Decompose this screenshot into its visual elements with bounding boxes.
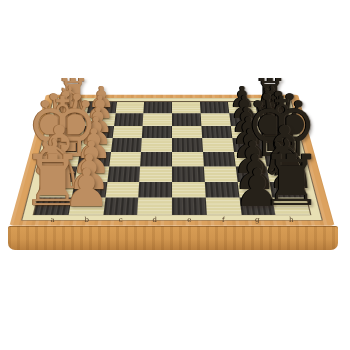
- square-f6[interactable]: [201, 126, 232, 139]
- square-e2[interactable]: [172, 182, 206, 198]
- square-c8[interactable]: [115, 102, 144, 114]
- square-e1[interactable]: [172, 198, 207, 215]
- square-c3[interactable]: [107, 166, 140, 181]
- square-f8[interactable]: [200, 102, 229, 114]
- square-d3[interactable]: [139, 166, 172, 181]
- square-d2[interactable]: [138, 182, 172, 198]
- square-e5[interactable]: [172, 138, 203, 152]
- square-c5[interactable]: [111, 138, 143, 152]
- square-e6[interactable]: [172, 126, 202, 139]
- square-d4[interactable]: [140, 152, 172, 166]
- square-d8[interactable]: [144, 102, 172, 114]
- square-f5[interactable]: [202, 138, 234, 152]
- square-c4[interactable]: [109, 152, 141, 166]
- square-f4[interactable]: [203, 152, 235, 166]
- square-c7[interactable]: [114, 113, 144, 125]
- chessboard-photo: abcdefgh ♜♟♟♜♞♟♟♞♝♟♟♝♛♟♟♛♚♟♟♚♝♟♟♝♞♟♟♞♜♟♟…: [0, 0, 350, 350]
- square-e8[interactable]: [172, 102, 200, 114]
- square-c6[interactable]: [112, 126, 143, 139]
- square-e3[interactable]: [172, 166, 205, 181]
- black-rook-piece[interactable]: ♜: [260, 146, 323, 216]
- square-d1[interactable]: [137, 198, 172, 215]
- white-pawn-piece[interactable]: ♟: [63, 161, 110, 213]
- square-e7[interactable]: [172, 113, 201, 125]
- board-front-edge: [8, 226, 338, 250]
- square-f7[interactable]: [200, 113, 230, 125]
- square-d7[interactable]: [143, 113, 172, 125]
- square-e4[interactable]: [172, 152, 204, 166]
- square-d6[interactable]: [142, 126, 172, 139]
- square-d5[interactable]: [141, 138, 172, 152]
